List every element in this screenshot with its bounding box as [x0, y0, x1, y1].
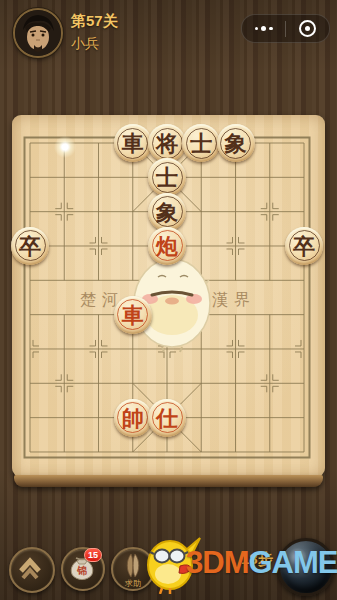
- more-dots-icon: [255, 27, 259, 31]
- target-icon: [299, 20, 316, 37]
- piece-black-advisor-2[interactable]: 士: [148, 158, 186, 196]
- piece-glyph: 士: [182, 124, 220, 162]
- tips-count-badge: 15: [84, 548, 102, 562]
- xiangqi-board[interactable]: 楚河 漢界 車将士象士象卒炮卒車帥仕: [12, 115, 325, 489]
- avatar-face-art: [15, 10, 61, 56]
- rank-label: 小兵: [71, 35, 118, 53]
- piece-glyph: 卒: [285, 227, 323, 265]
- close-minimize-button[interactable]: [286, 15, 329, 42]
- more-menu-button[interactable]: [242, 15, 285, 42]
- piece-black-elephant-1[interactable]: 象: [217, 124, 255, 162]
- more-dots-icon: [269, 27, 273, 31]
- watermark-game: GAME: [248, 545, 337, 580]
- piece-black-advisor-1[interactable]: 士: [182, 124, 220, 162]
- piece-red-chariot[interactable]: 車: [114, 296, 152, 334]
- level-label: 第57关: [71, 12, 118, 31]
- site-watermark: 3DMGAME: [186, 545, 337, 581]
- piece-red-cannon[interactable]: 炮: [148, 227, 186, 265]
- piece-glyph: 炮: [148, 227, 186, 265]
- expand-menu-button[interactable]: [9, 547, 55, 593]
- piece-black-general[interactable]: 将: [148, 124, 186, 162]
- piece-black-soldier-left[interactable]: 卒: [11, 227, 49, 265]
- piece-glyph: 象: [148, 193, 186, 231]
- piece-black-elephant-2[interactable]: 象: [148, 193, 186, 231]
- watermark-3dm: 3DM: [186, 545, 248, 580]
- player-avatar[interactable]: [13, 8, 63, 58]
- chevron-up-icon: [11, 549, 49, 587]
- piece-glyph: 車: [114, 296, 152, 334]
- piece-glyph: 卒: [11, 227, 49, 265]
- piece-glyph: 帥: [114, 399, 152, 437]
- svg-text:锦: 锦: [76, 565, 87, 576]
- piece-glyph: 士: [148, 158, 186, 196]
- more-dots-icon: [261, 26, 266, 31]
- board-pieces: 車将士象士象卒炮卒車帥仕: [12, 115, 325, 477]
- piece-glyph: 象: [217, 124, 255, 162]
- piece-glyph: 将: [148, 124, 186, 162]
- xiangqi-app: 第57关 小兵 楚河 漢界: [0, 0, 337, 600]
- piece-black-chariot[interactable]: 車: [114, 124, 152, 162]
- piece-red-advisor[interactable]: 仕: [148, 399, 186, 437]
- highlight-sparkle: [53, 135, 77, 159]
- piece-glyph: 車: [114, 124, 152, 162]
- piece-black-soldier-right[interactable]: 卒: [285, 227, 323, 265]
- piece-red-general[interactable]: 帥: [114, 399, 152, 437]
- wechat-capsule: [241, 14, 330, 43]
- piece-glyph: 仕: [148, 399, 186, 437]
